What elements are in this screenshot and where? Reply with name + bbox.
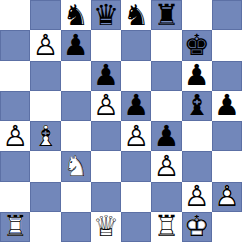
square-e8[interactable]: ♞ [121,0,151,30]
white-pawn-outline-icon: ♙ [0,121,30,151]
square-h6[interactable] [212,61,242,91]
square-d3[interactable] [91,151,121,181]
square-g4[interactable] [182,121,212,151]
black-bishop[interactable]: ♝ [182,91,212,121]
square-g8[interactable] [182,0,212,30]
white-rook[interactable]: ♜♖ [151,212,181,242]
square-f4[interactable]: ♟ [151,121,181,151]
square-b1[interactable] [30,212,60,242]
white-rook-outline-icon: ♖ [0,212,30,242]
black-knight-icon: ♞ [61,0,91,30]
black-queen-icon: ♛ [91,0,121,30]
white-rook-outline-icon: ♖ [151,212,181,242]
black-pawn[interactable]: ♟ [61,30,91,60]
square-e7[interactable] [121,30,151,60]
square-e2[interactable] [121,182,151,212]
white-queen[interactable]: ♛♕ [91,212,121,242]
white-knight-outline-icon: ♘ [61,151,91,181]
black-king-icon: ♚ [182,30,212,60]
white-pawn[interactable]: ♟♙ [151,151,181,181]
white-pawn-outline-icon: ♙ [182,182,212,212]
square-b5[interactable] [30,91,60,121]
black-rook-icon: ♜ [151,0,181,30]
square-d4[interactable] [91,121,121,151]
white-pawn-outline-icon: ♙ [212,182,242,212]
square-c7[interactable]: ♟ [61,30,91,60]
black-knight-icon: ♞ [121,0,151,30]
chess-board[interactable]: ♞♛♞♜♟♙♟♚♟♟♟♙♟♝♟♟♙♝♗♟♙♟♞♘♟♙♟♙♟♙♜♖♛♕♜♖♚♔ [0,0,242,242]
square-c4[interactable] [61,121,91,151]
square-g3[interactable] [182,151,212,181]
black-pawn-icon: ♟ [212,91,242,121]
square-f6[interactable] [151,61,181,91]
black-pawn-icon: ♟ [61,30,91,60]
square-a1[interactable]: ♜♖ [0,212,30,242]
square-f7[interactable] [151,30,181,60]
white-pawn[interactable]: ♟♙ [182,182,212,212]
black-queen[interactable]: ♛ [91,0,121,30]
white-pawn[interactable]: ♟♙ [30,30,60,60]
white-bishop[interactable]: ♝♗ [30,121,60,151]
white-king[interactable]: ♚♔ [182,212,212,242]
square-g6[interactable]: ♟ [182,61,212,91]
square-c5[interactable] [61,91,91,121]
square-d1[interactable]: ♛♕ [91,212,121,242]
square-d6[interactable]: ♟ [91,61,121,91]
square-a5[interactable] [0,91,30,121]
black-pawn-icon: ♟ [151,121,181,151]
white-knight[interactable]: ♞♘ [61,151,91,181]
square-e6[interactable] [121,61,151,91]
square-d8[interactable]: ♛ [91,0,121,30]
square-g2[interactable]: ♟♙ [182,182,212,212]
square-c3[interactable]: ♞♘ [61,151,91,181]
square-b7[interactable]: ♟♙ [30,30,60,60]
black-pawn[interactable]: ♟ [91,61,121,91]
black-knight[interactable]: ♞ [61,0,91,30]
black-pawn[interactable]: ♟ [182,61,212,91]
black-knight[interactable]: ♞ [121,0,151,30]
white-queen-outline-icon: ♕ [91,212,121,242]
square-c1[interactable] [61,212,91,242]
square-h8[interactable] [212,0,242,30]
square-c8[interactable]: ♞ [61,0,91,30]
square-a7[interactable] [0,30,30,60]
black-pawn[interactable]: ♟ [212,91,242,121]
square-b2[interactable] [30,182,60,212]
square-f2[interactable] [151,182,181,212]
black-pawn-icon: ♟ [182,61,212,91]
white-bishop-outline-icon: ♗ [30,121,60,151]
square-f8[interactable]: ♜ [151,0,181,30]
black-rook[interactable]: ♜ [151,0,181,30]
square-b6[interactable] [30,61,60,91]
square-h7[interactable] [212,30,242,60]
white-rook[interactable]: ♜♖ [0,212,30,242]
square-b3[interactable] [30,151,60,181]
square-a4[interactable]: ♟♙ [0,121,30,151]
black-bishop-icon: ♝ [182,91,212,121]
black-pawn[interactable]: ♟ [151,121,181,151]
black-pawn[interactable]: ♟ [121,91,151,121]
white-pawn-outline-icon: ♙ [121,121,151,151]
square-b8[interactable] [30,0,60,30]
square-h2[interactable]: ♟♙ [212,182,242,212]
white-pawn[interactable]: ♟♙ [91,91,121,121]
white-pawn[interactable]: ♟♙ [0,121,30,151]
square-h4[interactable] [212,121,242,151]
square-e3[interactable] [121,151,151,181]
white-pawn-outline-icon: ♙ [91,91,121,121]
square-h5[interactable]: ♟ [212,91,242,121]
square-f5[interactable] [151,91,181,121]
square-d2[interactable] [91,182,121,212]
square-a8[interactable] [0,0,30,30]
square-f3[interactable]: ♟♙ [151,151,181,181]
square-e4[interactable]: ♟♙ [121,121,151,151]
square-g1[interactable]: ♚♔ [182,212,212,242]
square-a3[interactable] [0,151,30,181]
white-pawn-outline-icon: ♙ [30,30,60,60]
white-pawn-outline-icon: ♙ [151,151,181,181]
square-e1[interactable] [121,212,151,242]
white-pawn[interactable]: ♟♙ [212,182,242,212]
white-king-outline-icon: ♔ [182,212,212,242]
square-a6[interactable] [0,61,30,91]
white-pawn[interactable]: ♟♙ [121,121,151,151]
square-f1[interactable]: ♜♖ [151,212,181,242]
square-c2[interactable] [61,182,91,212]
square-d7[interactable] [91,30,121,60]
black-pawn-icon: ♟ [121,91,151,121]
square-d5[interactable]: ♟♙ [91,91,121,121]
black-king[interactable]: ♚ [182,30,212,60]
square-h1[interactable] [212,212,242,242]
square-e5[interactable]: ♟ [121,91,151,121]
square-h3[interactable] [212,151,242,181]
square-c6[interactable] [61,61,91,91]
black-pawn-icon: ♟ [91,61,121,91]
square-g7[interactable]: ♚ [182,30,212,60]
square-a2[interactable] [0,182,30,212]
square-b4[interactable]: ♝♗ [30,121,60,151]
square-g5[interactable]: ♝ [182,91,212,121]
